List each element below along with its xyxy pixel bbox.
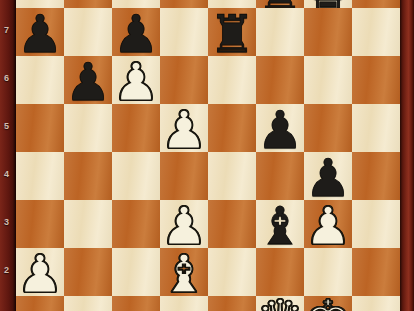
square-a7[interactable]: ♟ [16, 8, 64, 56]
square-g6[interactable] [304, 56, 352, 104]
square-b6[interactable]: ♟ [64, 56, 112, 104]
square-h8[interactable] [352, 0, 400, 8]
square-b2[interactable] [64, 248, 112, 296]
square-c4[interactable] [112, 152, 160, 200]
piece-white-queen-f1[interactable]: ♛ [256, 293, 304, 311]
piece-black-rook-e7[interactable]: ♜ [208, 8, 256, 60]
square-b3[interactable] [64, 200, 112, 248]
board-right-border [400, 0, 414, 311]
square-d4[interactable] [160, 152, 208, 200]
square-e8[interactable] [208, 0, 256, 8]
rank-label-2: 2 [0, 264, 13, 276]
square-f5[interactable]: ♟ [256, 104, 304, 152]
square-e5[interactable] [208, 104, 256, 152]
square-g7[interactable] [304, 8, 352, 56]
rank-label-5: 5 [0, 120, 13, 132]
rank-label-4: 4 [0, 168, 13, 180]
square-c6[interactable]: ♟ [112, 56, 160, 104]
square-d7[interactable] [160, 8, 208, 56]
piece-black-pawn-a7[interactable]: ♟ [16, 8, 64, 60]
square-c8[interactable] [112, 0, 160, 8]
square-c1[interactable] [112, 296, 160, 311]
square-h7[interactable] [352, 8, 400, 56]
square-f2[interactable] [256, 248, 304, 296]
square-f4[interactable] [256, 152, 304, 200]
square-f6[interactable] [256, 56, 304, 104]
chess-board: ♜♚♟♟♜♟♟♟♟♟♟♝♟♟♝♛♚ [16, 0, 400, 311]
square-b1[interactable] [64, 296, 112, 311]
square-e1[interactable] [208, 296, 256, 311]
square-b7[interactable] [64, 8, 112, 56]
square-g5[interactable] [304, 104, 352, 152]
square-h4[interactable] [352, 152, 400, 200]
square-d2[interactable]: ♝ [160, 248, 208, 296]
square-d5[interactable]: ♟ [160, 104, 208, 152]
square-e3[interactable] [208, 200, 256, 248]
square-c5[interactable] [112, 104, 160, 152]
square-e2[interactable] [208, 248, 256, 296]
square-e6[interactable] [208, 56, 256, 104]
square-f1[interactable]: ♛ [256, 296, 304, 311]
square-c3[interactable] [112, 200, 160, 248]
square-c2[interactable] [112, 248, 160, 296]
square-h1[interactable] [352, 296, 400, 311]
square-g3[interactable]: ♟ [304, 200, 352, 248]
square-e7[interactable]: ♜ [208, 8, 256, 56]
square-a5[interactable] [16, 104, 64, 152]
board-left-border: 87654321 [0, 0, 16, 311]
square-d1[interactable] [160, 296, 208, 311]
square-c7[interactable]: ♟ [112, 8, 160, 56]
square-h5[interactable] [352, 104, 400, 152]
square-a1[interactable] [16, 296, 64, 311]
piece-white-pawn-a2[interactable]: ♟ [16, 248, 64, 300]
rank-label-7: 7 [0, 24, 13, 36]
square-f7[interactable] [256, 8, 304, 56]
piece-white-pawn-d3[interactable]: ♟ [160, 200, 208, 252]
square-d3[interactable]: ♟ [160, 200, 208, 248]
piece-white-pawn-c6[interactable]: ♟ [112, 56, 160, 108]
square-a2[interactable]: ♟ [16, 248, 64, 296]
square-a4[interactable] [16, 152, 64, 200]
square-g1[interactable]: ♚ [304, 296, 352, 311]
piece-black-pawn-b6[interactable]: ♟ [64, 56, 112, 108]
square-b8[interactable] [64, 0, 112, 8]
square-f3[interactable]: ♝ [256, 200, 304, 248]
square-g4[interactable]: ♟ [304, 152, 352, 200]
square-a8[interactable] [16, 0, 64, 8]
piece-white-king-g1[interactable]: ♚ [304, 293, 352, 311]
square-b5[interactable] [64, 104, 112, 152]
square-b4[interactable] [64, 152, 112, 200]
square-d6[interactable] [160, 56, 208, 104]
rank-label-6: 6 [0, 72, 13, 84]
square-g8[interactable]: ♚ [304, 0, 352, 8]
square-h2[interactable] [352, 248, 400, 296]
square-a6[interactable] [16, 56, 64, 104]
piece-black-pawn-f5[interactable]: ♟ [256, 104, 304, 156]
piece-white-bishop-d2[interactable]: ♝ [160, 248, 208, 300]
square-g2[interactable] [304, 248, 352, 296]
piece-white-pawn-g3[interactable]: ♟ [304, 200, 352, 252]
square-e4[interactable] [208, 152, 256, 200]
square-a3[interactable] [16, 200, 64, 248]
square-h6[interactable] [352, 56, 400, 104]
piece-white-pawn-d5[interactable]: ♟ [160, 104, 208, 156]
chess-board-screen: ♜♚♟♟♜♟♟♟♟♟♟♝♟♟♝♛♚ 87654321 [0, 0, 414, 311]
square-h3[interactable] [352, 200, 400, 248]
square-f8[interactable]: ♜ [256, 0, 304, 8]
piece-black-bishop-f3[interactable]: ♝ [256, 200, 304, 252]
piece-black-pawn-c7[interactable]: ♟ [112, 8, 160, 60]
rank-label-3: 3 [0, 216, 13, 228]
piece-black-pawn-g4[interactable]: ♟ [304, 152, 352, 204]
square-d8[interactable] [160, 0, 208, 8]
